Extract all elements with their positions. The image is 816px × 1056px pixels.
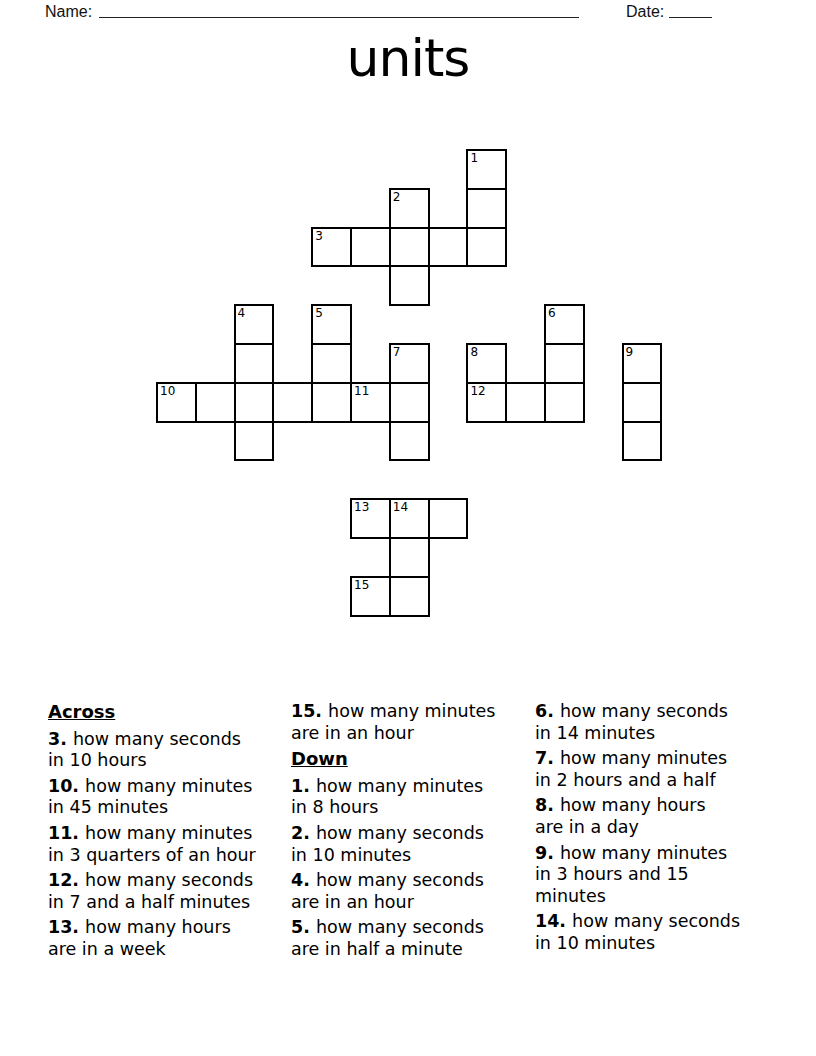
clue-num-label: 14. [535,911,572,931]
down-header: Down [291,748,519,770]
clue-num-label: 4. [291,870,316,890]
clue-num-label: 5. [291,917,316,937]
puzzle-title: units [0,28,816,88]
clue-column-3: 6. how many secondsin 14 minutes7. how m… [535,701,771,959]
clue-7: 7. how many minutesin 2 hours and a half [535,748,771,791]
clue-number-15: 15 [354,578,369,592]
grid-cell-r1c8[interactable] [466,188,507,229]
grid-cell-r6c5[interactable]: 11 [350,382,391,423]
clue-9: 9. how many minutesin 3 hours and 15minu… [535,843,771,908]
clue-number-13: 13 [354,500,369,514]
grid-cell-r6c0[interactable]: 10 [156,382,197,423]
name-input-line[interactable] [99,1,579,18]
grid-cell-r3c6[interactable] [389,265,430,306]
clue-number-2: 2 [393,190,401,204]
clue-number-7: 7 [393,345,401,359]
grid-cell-r7c2[interactable] [234,421,275,462]
clue-2: 2. how many secondsin 10 minutes [291,823,519,866]
grid-cell-r0c8[interactable]: 1 [466,149,507,190]
across-header: Across [48,701,288,723]
clue-num-label: 1. [291,776,316,796]
clue-12: 12. how many secondsin 7 and a half minu… [48,870,288,913]
grid-cell-r6c9[interactable] [505,382,546,423]
grid-cell-r2c4[interactable]: 3 [311,227,352,268]
clue-num-label: 13. [48,917,85,937]
grid-cell-r6c10[interactable] [544,382,585,423]
grid-cell-r5c12[interactable]: 9 [622,343,663,384]
grid-cell-r6c8[interactable]: 12 [466,382,507,423]
grid-cell-r5c8[interactable]: 8 [466,343,507,384]
grid-cell-r2c8[interactable] [466,227,507,268]
grid-cell-r2c5[interactable] [350,227,391,268]
grid-cell-r9c5[interactable]: 13 [350,498,391,539]
clue-15: 15. how many minutesare in an hour [291,701,519,744]
clue-column-2: 15. how many minutesare in an hourDown1.… [291,701,519,965]
grid-cell-r4c10[interactable]: 6 [544,304,585,345]
grid-cell-r2c7[interactable] [428,227,469,268]
clue-8: 8. how many hoursare in a day [535,795,771,838]
grid-cell-r7c6[interactable] [389,421,430,462]
grid-cell-r4c4[interactable]: 5 [311,304,352,345]
grid-cell-r2c6[interactable] [389,227,430,268]
worksheet-page: Name: Date: units 123456789101112131415 … [0,0,816,1056]
grid-cell-r5c6[interactable]: 7 [389,343,430,384]
clue-13: 13. how many hoursare in a week [48,917,288,960]
grid-cell-r10c6[interactable] [389,537,430,578]
clue-11: 11. how many minutesin 3 quarters of an … [48,823,288,866]
clue-3: 3. how many secondsin 10 hours [48,729,288,772]
grid-cell-r9c6[interactable]: 14 [389,498,430,539]
clue-num-label: 3. [48,729,73,749]
grid-cell-r5c4[interactable] [311,343,352,384]
grid-cell-r6c12[interactable] [622,382,663,423]
clue-number-9: 9 [626,345,634,359]
grid-cell-r6c6[interactable] [389,382,430,423]
name-label: Name: [45,3,92,21]
clue-4: 4. how many secondsare in an hour [291,870,519,913]
clue-14: 14. how many secondsin 10 minutes [535,911,771,954]
grid-cell-r5c10[interactable] [544,343,585,384]
grid-cell-r5c2[interactable] [234,343,275,384]
grid-cell-r6c1[interactable] [195,382,236,423]
grid-cell-r1c6[interactable]: 2 [389,188,430,229]
clue-number-14: 14 [393,500,408,514]
clue-num-label: 10. [48,776,85,796]
clue-num-label: 7. [535,748,560,768]
grid-cell-r7c12[interactable] [622,421,663,462]
grid-cell-r11c6[interactable] [389,576,430,617]
grid-cell-r4c2[interactable]: 4 [234,304,275,345]
grid-cell-r6c2[interactable] [234,382,275,423]
clue-num-label: 8. [535,795,560,815]
clue-number-3: 3 [315,229,323,243]
clue-num-label: 11. [48,823,85,843]
date-input-line[interactable] [669,1,712,18]
clue-num-label: 15. [291,701,328,721]
date-label: Date: [626,3,664,21]
clue-num-label: 9. [535,843,560,863]
clue-number-5: 5 [315,306,323,320]
grid-cell-r11c5[interactable]: 15 [350,576,391,617]
clue-6: 6. how many secondsin 14 minutes [535,701,771,744]
grid-cell-r6c3[interactable] [272,382,313,423]
clue-num-label: 6. [535,701,560,721]
clue-10: 10. how many minutesin 45 minutes [48,776,288,819]
clue-1: 1. how many minutesin 8 hours [291,776,519,819]
clue-num-label: 2. [291,823,316,843]
crossword-grid: 123456789101112131415 [156,149,664,617]
clue-number-8: 8 [470,345,478,359]
grid-cell-r9c7[interactable] [428,498,469,539]
clue-number-12: 12 [470,384,485,398]
grid-cell-r6c4[interactable] [311,382,352,423]
clue-number-1: 1 [470,151,478,165]
clue-number-10: 10 [160,384,175,398]
clue-number-11: 11 [354,384,369,398]
clue-number-6: 6 [548,306,556,320]
clue-num-label: 12. [48,870,85,890]
clue-number-4: 4 [238,306,246,320]
clue-column-1: Across3. how many secondsin 10 hours10. … [48,701,288,965]
clue-5: 5. how many secondsare in half a minute [291,917,519,960]
